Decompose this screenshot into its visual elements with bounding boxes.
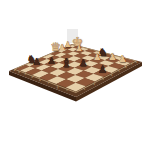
piece-black-pawn: ♟ <box>33 57 41 66</box>
piece-black-pawn: ♟ <box>79 59 88 69</box>
piece-white-queen: ♛ <box>50 43 61 55</box>
piece-white-pawn: ♟ <box>108 52 116 61</box>
piece-black-bishop: ♝ <box>61 57 72 69</box>
piece-black-pawn: ♟ <box>98 64 107 74</box>
piece-white-pawn: ♟ <box>118 54 127 64</box>
piece-white-pawn: ♟ <box>75 44 82 52</box>
pieces-layer: ♚♟♟♟♛♟♟♟♞♞♟♟♝♟♟ <box>0 0 150 150</box>
piece-white-pawn: ♟ <box>93 52 101 61</box>
piece-black-pawn: ♟ <box>47 55 55 64</box>
chess-set-photo: abcdefgh12345678 ♚♟♟♟♛♟♟♟♞♞♟♟♝♟♟ <box>0 0 150 150</box>
